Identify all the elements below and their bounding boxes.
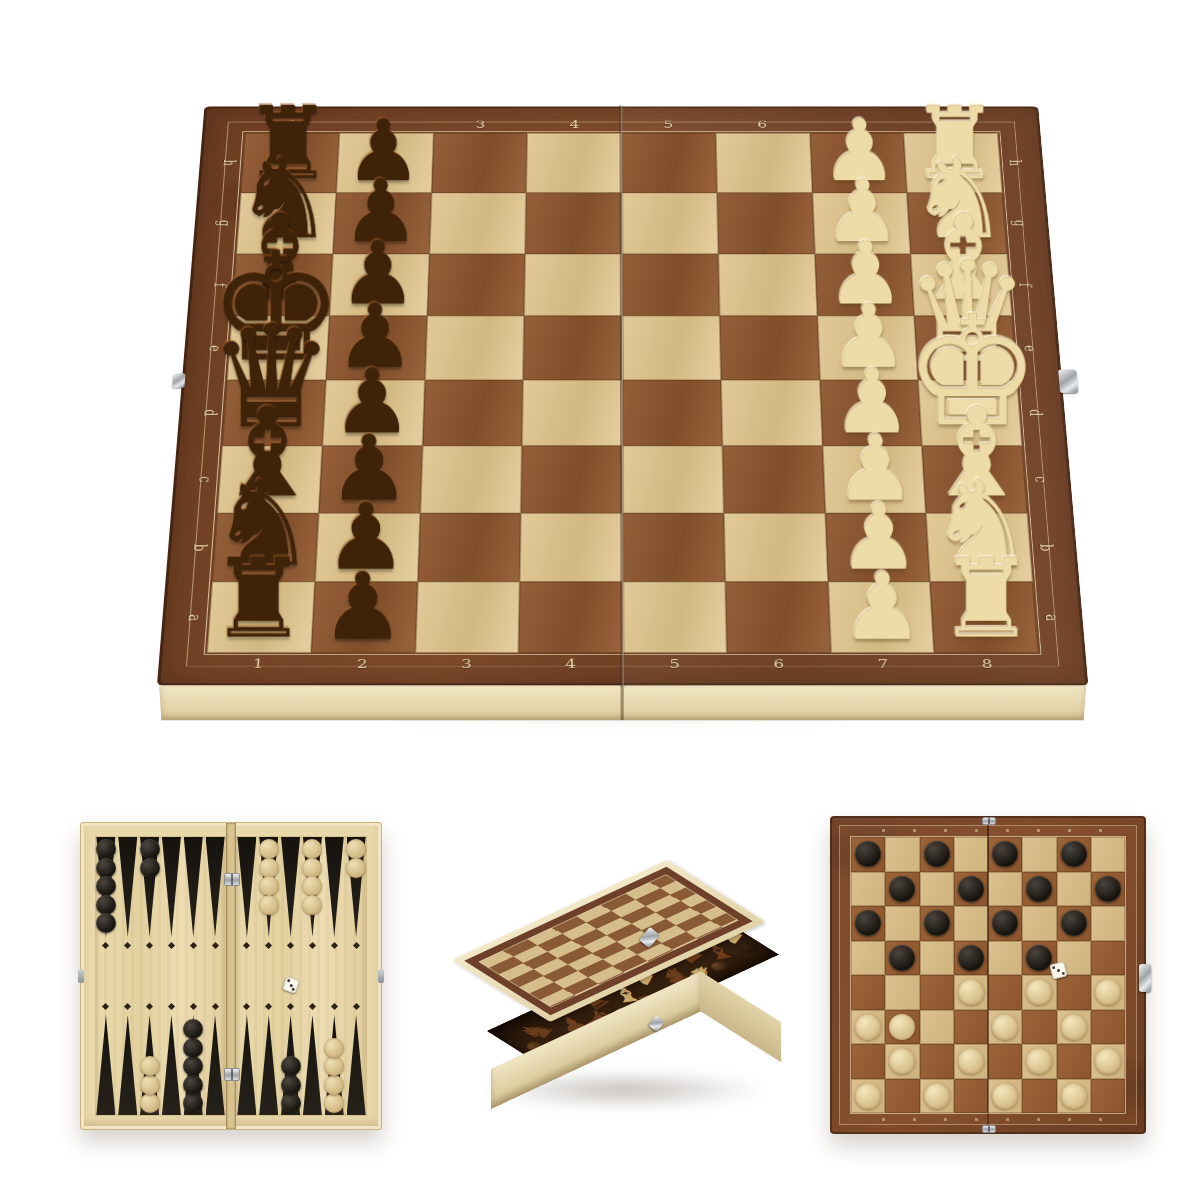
natural-disc[interactable]	[958, 979, 984, 1005]
black-backgammon-checker[interactable]	[183, 1038, 203, 1058]
checkers-square[interactable]	[851, 906, 885, 941]
square[interactable]	[622, 513, 725, 582]
black-disc[interactable]	[1061, 910, 1087, 936]
hinge-icon	[982, 817, 996, 825]
natural-disc[interactable]	[889, 1048, 915, 1074]
checkers-square[interactable]	[920, 1044, 954, 1079]
clasp-fitting-icon	[378, 969, 384, 983]
black-backgammon-checker[interactable]	[183, 1075, 203, 1095]
dark-rook[interactable]: ♜	[210, 547, 308, 651]
checkers-fold-seam	[987, 816, 989, 1134]
checkers-square[interactable]	[1057, 906, 1091, 941]
black-disc[interactable]	[889, 945, 915, 971]
file-label: 6	[748, 119, 777, 130]
checkers-square[interactable]	[1091, 1010, 1125, 1045]
light-backgammon-checker[interactable]	[259, 839, 279, 859]
light-backgammon-checker[interactable]	[346, 858, 366, 878]
main-chess-photo: ♜♟♟♜♞♟♟♞♝♟♟♝♚♟♟♛♛♟♟♚♝♟♟♝♞♟♟♞♜♟♟♜ 11hh22g…	[135, 30, 1085, 730]
checkers-square[interactable]	[885, 1010, 919, 1045]
square[interactable]	[622, 446, 723, 513]
checkers-square[interactable]	[1057, 837, 1091, 872]
light-backgammon-checker[interactable]	[302, 895, 322, 915]
checkers-square[interactable]	[1057, 1079, 1091, 1114]
checkers-square[interactable]	[988, 941, 1022, 976]
square[interactable]	[718, 254, 817, 316]
backgammon-right-half	[236, 836, 367, 1116]
natural-disc[interactable]	[855, 1083, 881, 1109]
square[interactable]	[420, 446, 522, 513]
checkers-square[interactable]	[954, 906, 988, 941]
square[interactable]	[520, 513, 623, 582]
checkers-square[interactable]	[954, 975, 988, 1010]
checkers-square[interactable]	[885, 975, 919, 1010]
board-front-edge	[159, 686, 1086, 721]
square[interactable]: ♜	[930, 582, 1038, 653]
natural-disc[interactable]	[992, 1083, 1018, 1109]
checkers-square[interactable]	[920, 941, 954, 976]
light-backgammon-checker[interactable]	[302, 858, 322, 878]
checkers-square[interactable]	[1091, 941, 1125, 976]
checkers-square[interactable]	[920, 975, 954, 1010]
clasp-fitting-icon	[78, 969, 84, 983]
rank-label: g	[214, 214, 234, 233]
black-disc[interactable]	[1061, 841, 1087, 867]
checkers-square[interactable]	[885, 1079, 919, 1114]
black-backgammon-checker[interactable]	[96, 876, 116, 896]
square[interactable]	[524, 254, 622, 316]
checkers-square[interactable]	[954, 1079, 988, 1114]
natural-disc[interactable]	[1095, 979, 1121, 1005]
hinge-icon	[172, 373, 185, 387]
checkers-square[interactable]	[988, 906, 1022, 941]
light-backgammon-checker[interactable]	[140, 1056, 160, 1076]
file-label: 2	[372, 119, 401, 130]
checkers-square[interactable]	[1057, 975, 1091, 1010]
square[interactable]: ♟	[311, 582, 417, 653]
checkers-square[interactable]	[885, 906, 919, 941]
natural-disc[interactable]	[889, 1014, 915, 1040]
checkers-square[interactable]	[954, 1044, 988, 1079]
black-disc[interactable]	[958, 945, 984, 971]
black-disc[interactable]	[855, 910, 881, 936]
light-backgammon-checker[interactable]	[324, 1075, 344, 1095]
square[interactable]	[717, 193, 815, 254]
square[interactable]	[523, 316, 622, 380]
checkers-square[interactable]	[885, 837, 919, 872]
rank-label: h	[219, 154, 239, 172]
light-backgammon-checker[interactable]	[140, 1093, 160, 1113]
checkers-square[interactable]	[988, 1044, 1022, 1079]
square[interactable]	[521, 446, 622, 513]
checkers-square[interactable]	[851, 872, 885, 907]
file-label: 8	[935, 119, 964, 130]
black-backgammon-checker[interactable]	[96, 895, 116, 915]
checkers-square[interactable]	[988, 837, 1022, 872]
black-backgammon-checker[interactable]	[96, 858, 116, 878]
black-disc[interactable]	[958, 876, 984, 902]
checkers-board	[830, 816, 1146, 1134]
file-label: 1	[278, 119, 307, 130]
backgammon-left-half	[95, 836, 226, 1116]
backgammon-fold-seam	[226, 823, 236, 1129]
square[interactable]	[425, 316, 525, 380]
square[interactable]	[427, 254, 526, 316]
file-label: 4	[560, 119, 589, 130]
square[interactable]	[622, 582, 726, 653]
natural-disc[interactable]	[992, 1014, 1018, 1040]
light-backgammon-checker[interactable]	[259, 876, 279, 896]
natural-disc[interactable]	[1026, 1048, 1052, 1074]
natural-disc[interactable]	[1061, 1083, 1087, 1109]
natural-disc[interactable]	[924, 1083, 950, 1109]
square[interactable]	[415, 582, 520, 653]
checkers-square[interactable]	[885, 872, 919, 907]
checkers-square[interactable]	[920, 1079, 954, 1114]
rank-label: h	[1005, 154, 1025, 172]
checkers-square[interactable]	[851, 837, 885, 872]
checkers-square[interactable]	[1091, 837, 1125, 872]
checkers-square[interactable]	[1022, 872, 1056, 907]
light-rook[interactable]: ♜	[937, 547, 1035, 651]
light-backgammon-checker[interactable]	[259, 858, 279, 878]
black-backgammon-checker[interactable]	[96, 839, 116, 859]
black-disc[interactable]	[1026, 876, 1052, 902]
square[interactable]	[525, 193, 621, 254]
checkers-square[interactable]	[885, 1044, 919, 1079]
checkers-square[interactable]	[851, 1044, 885, 1079]
square[interactable]	[725, 582, 830, 653]
black-disc[interactable]	[1026, 945, 1052, 971]
rank-label: f	[209, 275, 229, 294]
checkers-square[interactable]	[988, 1079, 1022, 1114]
black-disc[interactable]	[992, 841, 1018, 867]
case-side-face	[700, 971, 781, 1062]
rank-label: g	[1009, 214, 1029, 233]
checkers-square[interactable]	[851, 1010, 885, 1045]
black-backgammon-checker[interactable]	[140, 839, 160, 859]
square[interactable]	[622, 193, 718, 254]
checkers-square[interactable]	[1022, 1044, 1056, 1079]
checkers-square[interactable]	[954, 941, 988, 976]
checkers-square[interactable]	[1022, 906, 1056, 941]
light-backgammon-checker[interactable]	[346, 839, 366, 859]
checkers-square[interactable]	[988, 872, 1022, 907]
checkers-square[interactable]	[1057, 1010, 1091, 1045]
natural-disc[interactable]	[1061, 1014, 1087, 1040]
square[interactable]	[722, 446, 825, 513]
checkers-square[interactable]	[851, 1079, 885, 1114]
backgammon-board	[80, 822, 382, 1130]
checkers-square[interactable]	[920, 837, 954, 872]
black-backgammon-checker[interactable]	[281, 1075, 301, 1095]
natural-disc[interactable]	[1095, 1048, 1121, 1074]
folded-case-photo: ♞♟♜♝♟♞♟♝♟♜♟♞	[425, 845, 795, 1145]
black-backgammon-checker[interactable]	[96, 913, 116, 933]
light-pawn[interactable]: ♟	[841, 563, 924, 651]
hinge-icon	[224, 1068, 240, 1081]
checkers-square[interactable]	[1091, 872, 1125, 907]
file-label: 7	[842, 119, 871, 130]
checkers-square[interactable]	[1022, 837, 1056, 872]
checkers-square[interactable]	[988, 1010, 1022, 1045]
checkers-square[interactable]	[920, 906, 954, 941]
checkers-square[interactable]	[954, 837, 988, 872]
file-label: 3	[466, 119, 495, 130]
square[interactable]	[417, 513, 521, 582]
checkers-square[interactable]	[885, 941, 919, 976]
square[interactable]: ♜	[207, 582, 315, 653]
checkers-square[interactable]	[1022, 975, 1056, 1010]
black-backgammon-checker[interactable]	[281, 1056, 301, 1076]
checkers-square[interactable]	[1022, 1010, 1056, 1045]
checkers-square[interactable]	[1057, 872, 1091, 907]
checkers-square[interactable]	[1091, 1044, 1125, 1079]
square[interactable]	[429, 193, 526, 254]
square[interactable]	[519, 582, 623, 653]
natural-disc[interactable]	[958, 1048, 984, 1074]
checkers-square[interactable]	[954, 1010, 988, 1045]
black-disc[interactable]	[889, 876, 915, 902]
square[interactable]: ♟	[828, 582, 935, 653]
natural-disc[interactable]	[1026, 979, 1052, 1005]
checkers-square[interactable]	[1091, 1079, 1125, 1114]
light-backgammon-checker[interactable]	[140, 1075, 160, 1095]
file-label: 5	[654, 119, 683, 130]
black-disc[interactable]	[992, 910, 1018, 936]
light-backgammon-checker[interactable]	[324, 1038, 344, 1058]
black-backgammon-checker[interactable]	[140, 858, 160, 878]
checkers-square[interactable]	[920, 1010, 954, 1045]
square[interactable]	[724, 513, 828, 582]
checkers-square[interactable]	[988, 975, 1022, 1010]
chess-board: ♜♟♟♜♞♟♟♞♝♟♟♝♚♟♟♛♛♟♟♚♝♟♟♝♞♟♟♞♜♟♟♜ 11hh22g…	[157, 106, 1089, 685]
checkers-square[interactable]	[1091, 906, 1125, 941]
black-backgammon-checker[interactable]	[281, 1093, 301, 1113]
black-disc[interactable]	[1095, 876, 1121, 902]
light-backgammon-checker[interactable]	[259, 895, 279, 915]
hinge-icon	[982, 1125, 996, 1133]
checkers-square[interactable]	[954, 872, 988, 907]
square[interactable]	[622, 254, 720, 316]
checkers-square[interactable]	[1091, 975, 1125, 1010]
checkers-square[interactable]	[1057, 1044, 1091, 1079]
checkers-square[interactable]	[920, 872, 954, 907]
checkers-square[interactable]	[1022, 1079, 1056, 1114]
clasp-icon[interactable]	[1139, 964, 1151, 992]
checkers-square[interactable]	[851, 975, 885, 1010]
natural-disc[interactable]	[855, 1014, 881, 1040]
square[interactable]	[622, 316, 721, 380]
black-disc[interactable]	[924, 910, 950, 936]
dark-pawn[interactable]: ♟	[321, 563, 404, 651]
black-disc[interactable]	[924, 841, 950, 867]
black-disc[interactable]	[855, 841, 881, 867]
square[interactable]	[719, 316, 819, 380]
checkers-square[interactable]	[851, 941, 885, 976]
hinge-icon	[224, 873, 240, 886]
